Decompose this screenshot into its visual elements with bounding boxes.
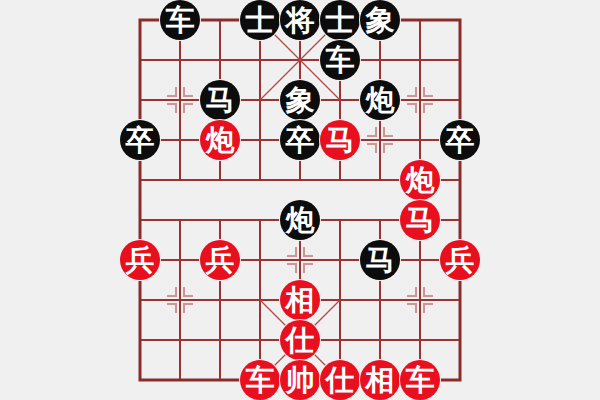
piece-red-cannon[interactable]: 炮 xyxy=(400,160,440,200)
piece-black-cannon[interactable]: 炮 xyxy=(360,80,400,120)
piece-black-soldier[interactable]: 卒 xyxy=(440,120,480,160)
piece-red-horse[interactable]: 马 xyxy=(400,200,440,240)
piece-red-elephant[interactable]: 相 xyxy=(280,280,320,320)
piece-black-general[interactable]: 将 xyxy=(280,0,320,40)
piece-black-horse[interactable]: 马 xyxy=(200,80,240,120)
piece-red-advisor[interactable]: 仕 xyxy=(320,360,360,400)
piece-black-soldier[interactable]: 卒 xyxy=(280,120,320,160)
piece-red-soldier[interactable]: 兵 xyxy=(120,240,160,280)
piece-red-chariot[interactable]: 车 xyxy=(400,360,440,400)
piece-black-horse[interactable]: 马 xyxy=(360,240,400,280)
piece-red-chariot[interactable]: 车 xyxy=(240,360,280,400)
xiangqi-app: 车士将士象车马象炮卒炮卒马卒炮炮马兵兵马兵相仕车帅仕相车 xyxy=(0,0,600,400)
piece-red-cannon[interactable]: 炮 xyxy=(200,120,240,160)
piece-black-advisor[interactable]: 士 xyxy=(320,0,360,40)
piece-black-cannon[interactable]: 炮 xyxy=(280,200,320,240)
piece-black-advisor[interactable]: 士 xyxy=(240,0,280,40)
piece-red-general[interactable]: 帅 xyxy=(280,360,320,400)
piece-red-elephant[interactable]: 相 xyxy=(360,360,400,400)
piece-red-soldier[interactable]: 兵 xyxy=(200,240,240,280)
piece-black-chariot[interactable]: 车 xyxy=(160,0,200,40)
piece-black-elephant[interactable]: 象 xyxy=(280,80,320,120)
piece-red-soldier[interactable]: 兵 xyxy=(440,240,480,280)
piece-black-chariot[interactable]: 车 xyxy=(320,40,360,80)
piece-red-advisor[interactable]: 仕 xyxy=(280,320,320,360)
xiangqi-board: 车士将士象车马象炮卒炮卒马卒炮炮马兵兵马兵相仕车帅仕相车 xyxy=(120,0,480,400)
piece-black-elephant[interactable]: 象 xyxy=(360,0,400,40)
piece-black-soldier[interactable]: 卒 xyxy=(120,120,160,160)
piece-red-horse[interactable]: 马 xyxy=(320,120,360,160)
